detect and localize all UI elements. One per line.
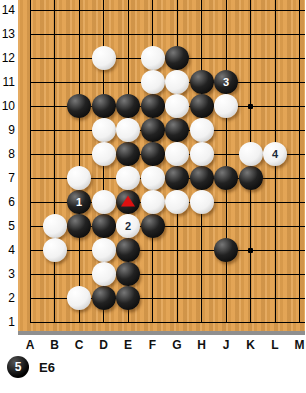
stone-black-E3: [116, 262, 140, 286]
stone-white-E9: [116, 118, 140, 142]
col-label-C: C: [69, 338, 89, 352]
stone-black-H11: [190, 70, 214, 94]
row-label-2: 2: [0, 291, 15, 305]
col-label-D: D: [94, 338, 114, 352]
row-label-3: 3: [0, 267, 15, 281]
row-label-8: 8: [0, 147, 15, 161]
stone-white-K8: [239, 142, 263, 166]
stone-black-G7: [165, 166, 189, 190]
star-point-K4: [248, 248, 253, 253]
row-label-4: 4: [0, 243, 15, 257]
stone-black-D5: [92, 214, 116, 238]
stone-white-E5: 2: [116, 214, 140, 238]
row-label-1: 1: [0, 315, 15, 329]
stone-white-E7: [116, 166, 140, 190]
stone-black-E8: [116, 142, 140, 166]
stone-white-F6: [141, 190, 165, 214]
stone-black-D10: [92, 94, 116, 118]
stone-black-H7: [190, 166, 214, 190]
stone-white-G10: [165, 94, 189, 118]
grid-line-row-4: [30, 250, 306, 251]
stone-white-D6: [92, 190, 116, 214]
stone-white-D12: [92, 46, 116, 70]
stone-black-H10: [190, 94, 214, 118]
stone-black-E6: [116, 190, 140, 214]
stone-white-H6: [190, 190, 214, 214]
caption: 5 E6: [7, 355, 55, 379]
stone-white-L8: 4: [263, 142, 287, 166]
stone-white-H9: [190, 118, 214, 142]
stone-black-F9: [141, 118, 165, 142]
stone-white-F11: [141, 70, 165, 94]
row-label-12: 12: [0, 51, 15, 65]
stone-white-G6: [165, 190, 189, 214]
grid-line-row-3: [30, 274, 306, 275]
stone-black-F8: [141, 142, 165, 166]
stone-white-B4: [43, 238, 67, 262]
caption-move-stone: 5: [7, 356, 29, 378]
stone-white-D9: [92, 118, 116, 142]
stone-white-F12: [141, 46, 165, 70]
stone-black-E2: [116, 286, 140, 310]
row-label-9: 9: [0, 123, 15, 137]
col-label-E: E: [118, 338, 138, 352]
stone-white-D4: [92, 238, 116, 262]
col-label-K: K: [241, 338, 261, 352]
stone-black-C10: [67, 94, 91, 118]
stone-white-C2: [67, 286, 91, 310]
stone-white-C7: [67, 166, 91, 190]
row-label-6: 6: [0, 195, 15, 209]
stone-black-E4: [116, 238, 140, 262]
col-label-J: J: [216, 338, 236, 352]
row-label-7: 7: [0, 171, 15, 185]
stone-black-E10: [116, 94, 140, 118]
stone-white-G11: [165, 70, 189, 94]
row-label-14: 14: [0, 3, 15, 17]
row-label-13: 13: [0, 27, 15, 41]
stone-white-J10: [214, 94, 238, 118]
col-label-L: L: [265, 338, 285, 352]
stone-black-J7: [214, 166, 238, 190]
stone-black-C6: 1: [67, 190, 91, 214]
grid-line-row-13: [30, 34, 306, 35]
stone-white-F7: [141, 166, 165, 190]
stone-white-B5: [43, 214, 67, 238]
grid-line-row-14: [30, 10, 306, 11]
stone-white-G8: [165, 142, 189, 166]
stone-black-D2: [92, 286, 116, 310]
grid-line-row-1: [30, 322, 306, 323]
stone-black-G12: [165, 46, 189, 70]
col-label-H: H: [192, 338, 212, 352]
col-label-B: B: [45, 338, 65, 352]
row-label-11: 11: [0, 75, 15, 89]
stone-black-C5: [67, 214, 91, 238]
stone-black-J11: 3: [214, 70, 238, 94]
col-label-F: F: [143, 338, 163, 352]
star-point-K10: [248, 104, 253, 109]
col-label-A: A: [20, 338, 40, 352]
col-label-M: M: [290, 338, 306, 352]
go-diagram: 31421234567891011121314ABCDEFGHJKLM 5 E6: [0, 0, 305, 393]
stone-white-H8: [190, 142, 214, 166]
board-overlay: 31421234567891011121314ABCDEFGHJKLM: [0, 0, 305, 393]
stone-black-J4: [214, 238, 238, 262]
stone-black-G9: [165, 118, 189, 142]
row-label-5: 5: [0, 219, 15, 233]
stone-white-D8: [92, 142, 116, 166]
stone-black-F10: [141, 94, 165, 118]
stone-black-F5: [141, 214, 165, 238]
row-label-10: 10: [0, 99, 15, 113]
caption-coordinate: E6: [39, 360, 55, 375]
col-label-G: G: [167, 338, 187, 352]
triangle-marker-icon: [121, 196, 135, 207]
stone-white-D3: [92, 262, 116, 286]
stone-black-K7: [239, 166, 263, 190]
